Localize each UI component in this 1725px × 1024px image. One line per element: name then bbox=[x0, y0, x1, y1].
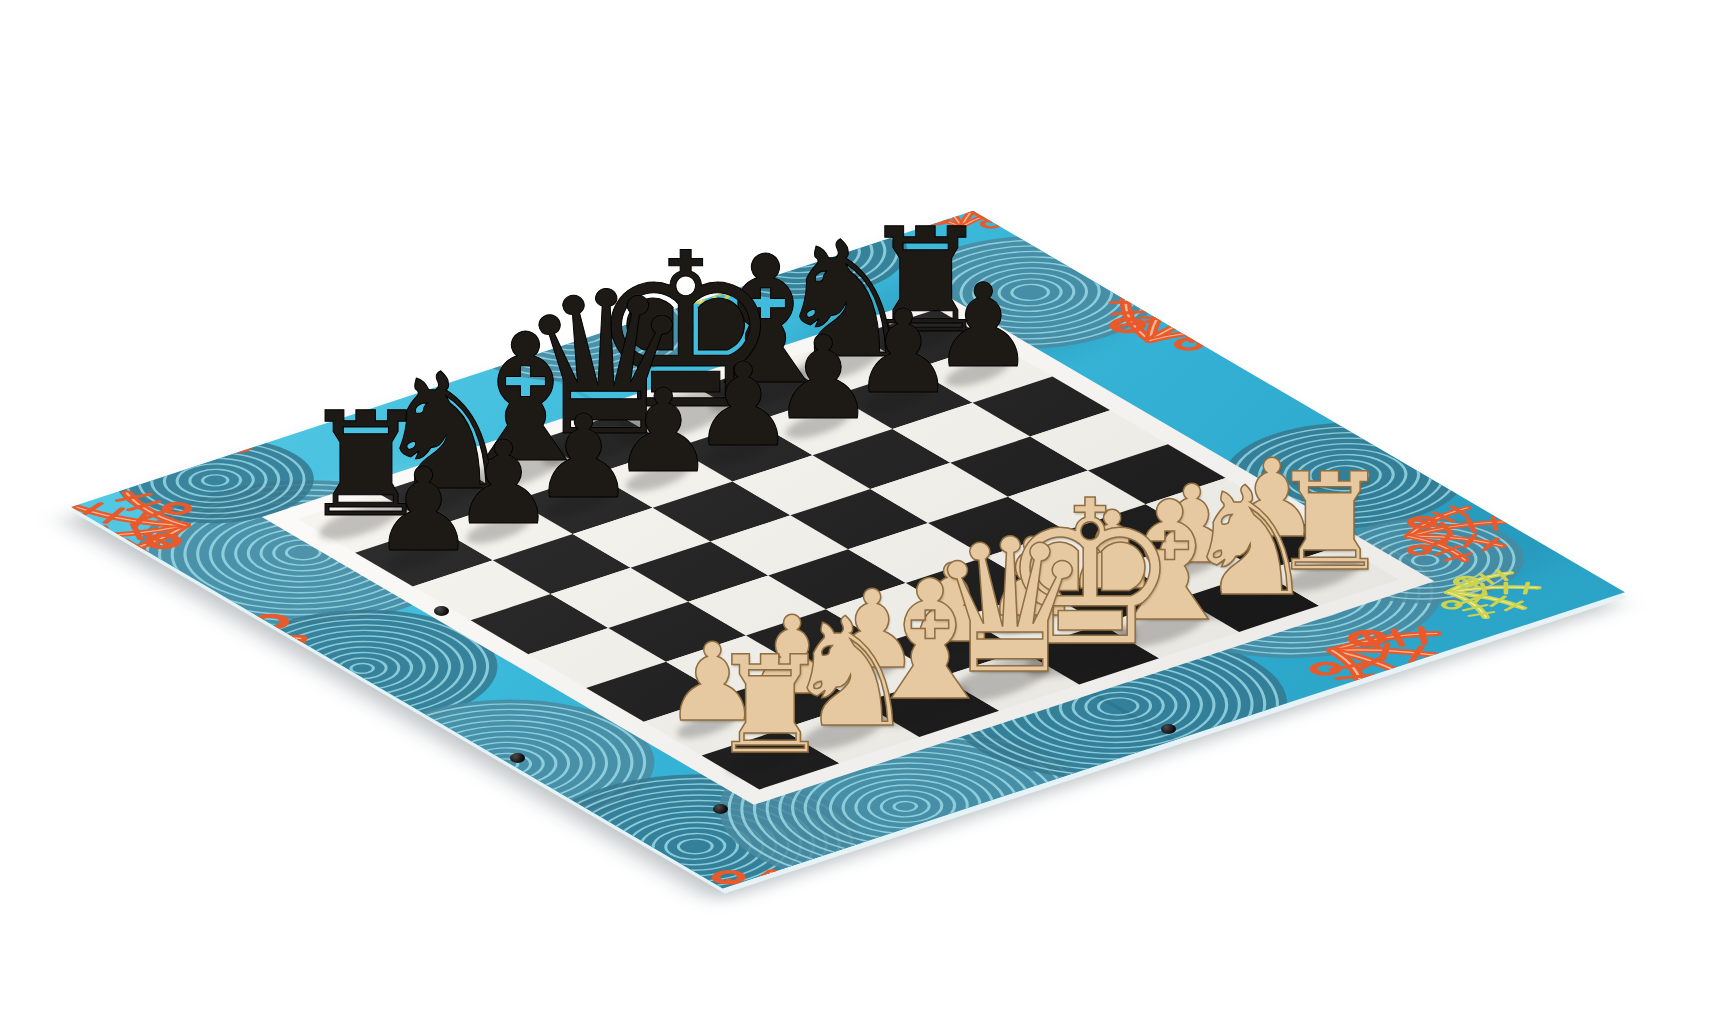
piece-white-rook-a1[interactable]: ♜ bbox=[710, 638, 831, 773]
press-stud bbox=[1161, 724, 1176, 734]
press-stud bbox=[713, 804, 728, 814]
scene: ♜♞♝♛♚♝♞♜♟♟♟♟♟♟♟♟♟♟♟♟♟♟♟♟♜♞♝♛♚♝♞♜ bbox=[0, 0, 1725, 1024]
press-stud bbox=[510, 753, 525, 763]
piece-black-pawn-a7[interactable]: ♟ bbox=[372, 453, 476, 569]
press-stud bbox=[434, 606, 449, 616]
